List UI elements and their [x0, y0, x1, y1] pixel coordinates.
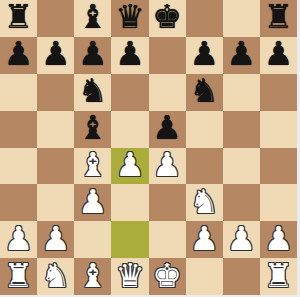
square-b5[interactable]	[37, 111, 74, 148]
black-rook[interactable]: ♜	[4, 0, 34, 35]
square-d8[interactable]: ♛	[111, 0, 148, 37]
black-pawn[interactable]: ♟	[227, 37, 257, 72]
square-b1[interactable]: ♞	[37, 258, 74, 295]
square-c6[interactable]: ♞	[74, 74, 111, 111]
square-d5[interactable]	[111, 111, 148, 148]
square-b8[interactable]	[37, 0, 74, 37]
black-bishop[interactable]: ♝	[78, 111, 108, 146]
square-f6[interactable]: ♞	[186, 74, 223, 111]
square-a3[interactable]	[0, 184, 37, 221]
black-pawn[interactable]: ♟	[189, 37, 219, 72]
black-king[interactable]: ♚	[152, 0, 182, 35]
black-pawn[interactable]: ♟	[264, 37, 294, 72]
square-c4[interactable]: ♝	[74, 148, 111, 185]
square-a7[interactable]: ♟	[0, 37, 37, 74]
chess-board: ♜♝♛♚♜♟♟♟♟♟♟♟♞♞♝♟♝♟♟♟♞♟♟♟♟♟♜♞♝♛♚♜	[0, 0, 297, 295]
white-knight[interactable]: ♞	[41, 258, 71, 293]
square-d3[interactable]	[111, 184, 148, 221]
square-d2[interactable]	[111, 221, 148, 258]
black-bishop[interactable]: ♝	[78, 0, 108, 35]
white-pawn[interactable]: ♟	[152, 148, 182, 183]
white-pawn[interactable]: ♟	[4, 221, 34, 256]
square-g2[interactable]: ♟	[223, 221, 260, 258]
square-c7[interactable]: ♟	[74, 37, 111, 74]
white-knight[interactable]: ♞	[189, 184, 219, 219]
square-b2[interactable]: ♟	[37, 221, 74, 258]
white-pawn[interactable]: ♟	[41, 221, 71, 256]
square-d1[interactable]: ♛	[111, 258, 148, 295]
square-e4[interactable]: ♟	[149, 148, 186, 185]
square-h6[interactable]	[260, 74, 297, 111]
square-a2[interactable]: ♟	[0, 221, 37, 258]
white-bishop[interactable]: ♝	[78, 148, 108, 183]
square-b7[interactable]: ♟	[37, 37, 74, 74]
square-f4[interactable]	[186, 148, 223, 185]
square-f7[interactable]: ♟	[186, 37, 223, 74]
white-king[interactable]: ♚	[152, 258, 182, 293]
square-g6[interactable]	[223, 74, 260, 111]
square-g3[interactable]	[223, 184, 260, 221]
square-e8[interactable]: ♚	[149, 0, 186, 37]
square-f5[interactable]	[186, 111, 223, 148]
square-a4[interactable]	[0, 148, 37, 185]
white-rook[interactable]: ♜	[4, 258, 34, 293]
square-d4[interactable]: ♟	[111, 148, 148, 185]
white-bishop[interactable]: ♝	[78, 258, 108, 293]
square-g8[interactable]	[223, 0, 260, 37]
square-f3[interactable]: ♞	[186, 184, 223, 221]
square-d6[interactable]	[111, 74, 148, 111]
black-pawn[interactable]: ♟	[78, 37, 108, 72]
square-h5[interactable]	[260, 111, 297, 148]
square-a6[interactable]	[0, 74, 37, 111]
square-c8[interactable]: ♝	[74, 0, 111, 37]
square-e5[interactable]: ♟	[149, 111, 186, 148]
board-right-edge	[297, 0, 300, 297]
square-e7[interactable]	[149, 37, 186, 74]
square-a5[interactable]	[0, 111, 37, 148]
square-h1[interactable]: ♜	[260, 258, 297, 295]
black-pawn[interactable]: ♟	[115, 37, 145, 72]
square-g1[interactable]	[223, 258, 260, 295]
black-rook[interactable]: ♜	[264, 0, 294, 35]
square-d7[interactable]: ♟	[111, 37, 148, 74]
black-pawn[interactable]: ♟	[4, 37, 34, 72]
square-e3[interactable]	[149, 184, 186, 221]
square-e6[interactable]	[149, 74, 186, 111]
square-b3[interactable]	[37, 184, 74, 221]
white-pawn[interactable]: ♟	[227, 221, 257, 256]
square-a8[interactable]: ♜	[0, 0, 37, 37]
white-rook[interactable]: ♜	[264, 258, 294, 293]
square-g7[interactable]: ♟	[223, 37, 260, 74]
square-e1[interactable]: ♚	[149, 258, 186, 295]
square-h4[interactable]	[260, 148, 297, 185]
white-pawn[interactable]: ♟	[115, 148, 145, 183]
white-pawn[interactable]: ♟	[189, 221, 219, 256]
square-b6[interactable]	[37, 74, 74, 111]
black-pawn[interactable]: ♟	[41, 37, 71, 72]
square-g4[interactable]	[223, 148, 260, 185]
square-f1[interactable]	[186, 258, 223, 295]
square-c5[interactable]: ♝	[74, 111, 111, 148]
square-f2[interactable]: ♟	[186, 221, 223, 258]
white-pawn[interactable]: ♟	[78, 184, 108, 219]
square-h2[interactable]: ♟	[260, 221, 297, 258]
chess-app-canvas: ♜♝♛♚♜♟♟♟♟♟♟♟♞♞♝♟♝♟♟♟♞♟♟♟♟♟♜♞♝♛♚♜	[0, 0, 300, 297]
square-e2[interactable]	[149, 221, 186, 258]
black-pawn[interactable]: ♟	[152, 111, 182, 146]
square-g5[interactable]	[223, 111, 260, 148]
square-a1[interactable]: ♜	[0, 258, 37, 295]
square-h8[interactable]: ♜	[260, 0, 297, 37]
black-knight[interactable]: ♞	[78, 74, 108, 109]
white-pawn[interactable]: ♟	[264, 221, 294, 256]
black-queen[interactable]: ♛	[115, 0, 145, 35]
white-queen[interactable]: ♛	[115, 258, 145, 293]
square-f8[interactable]	[186, 0, 223, 37]
square-h7[interactable]: ♟	[260, 37, 297, 74]
black-knight[interactable]: ♞	[189, 74, 219, 109]
square-b4[interactable]	[37, 148, 74, 185]
square-h3[interactable]	[260, 184, 297, 221]
square-c1[interactable]: ♝	[74, 258, 111, 295]
square-c3[interactable]: ♟	[74, 184, 111, 221]
square-c2[interactable]	[74, 221, 111, 258]
